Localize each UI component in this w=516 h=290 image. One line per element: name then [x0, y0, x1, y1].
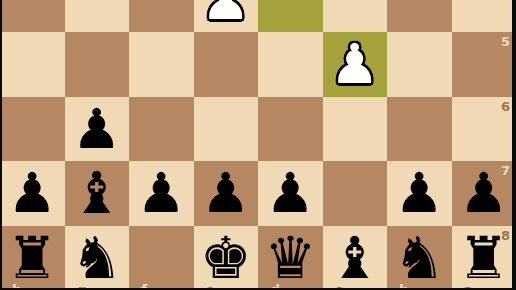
square-e6[interactable]: [194, 97, 259, 162]
rank-label-6: 6: [501, 100, 510, 113]
rank-label-8: 8: [501, 229, 510, 242]
square-e4[interactable]: ♟: [194, 0, 259, 32]
rank-label-5: 5: [501, 35, 510, 48]
square-c7[interactable]: [323, 161, 388, 226]
square-a6[interactable]: 6: [452, 97, 516, 162]
rank-label-7: 7: [501, 164, 510, 177]
square-g8[interactable]: ♞g: [65, 226, 130, 290]
square-g5[interactable]: [65, 32, 130, 97]
square-h6[interactable]: [0, 97, 65, 162]
square-h8[interactable]: ♜h: [0, 226, 65, 290]
square-d8[interactable]: ♛d: [258, 226, 323, 290]
square-d4[interactable]: [258, 0, 323, 32]
square-g4[interactable]: [65, 0, 130, 32]
chess-board: ♟♟5♟6♟♝♟♟♟♟♟7♜h♞gf♚e♛d♝c♞b♜8a: [0, 0, 516, 290]
square-h5[interactable]: [0, 32, 65, 97]
square-b5[interactable]: [387, 32, 452, 97]
square-e8[interactable]: ♚e: [194, 226, 259, 290]
black-king[interactable]: ♚: [200, 226, 252, 290]
letterbox-right: [512, 0, 516, 290]
square-b8[interactable]: ♞b: [387, 226, 452, 290]
square-f8[interactable]: f: [129, 226, 194, 290]
white-pawn[interactable]: ♟: [201, 0, 250, 32]
square-b4[interactable]: [387, 0, 452, 32]
black-pawn[interactable]: ♟: [72, 97, 121, 162]
square-h7[interactable]: ♟: [0, 161, 65, 226]
square-d7[interactable]: ♟: [258, 161, 323, 226]
square-e5[interactable]: [194, 32, 259, 97]
black-rook[interactable]: ♜: [6, 226, 58, 290]
square-f5[interactable]: [129, 32, 194, 97]
black-knight[interactable]: ♞: [393, 226, 445, 290]
black-knight[interactable]: ♞: [71, 226, 123, 290]
square-g7[interactable]: ♝: [65, 161, 130, 226]
square-f4[interactable]: [129, 0, 194, 32]
square-b6[interactable]: [387, 97, 452, 162]
square-e7[interactable]: ♟: [194, 161, 259, 226]
chess-board-viewport: ♟♟5♟6♟♝♟♟♟♟♟7♜h♞gf♚e♛d♝c♞b♜8a: [0, 0, 516, 290]
square-a4[interactable]: [452, 0, 516, 32]
square-c4[interactable]: [323, 0, 388, 32]
square-a5[interactable]: 5: [452, 32, 516, 97]
black-bishop[interactable]: ♝: [71, 161, 123, 226]
black-pawn[interactable]: ♟: [137, 161, 186, 226]
black-bishop[interactable]: ♝: [329, 226, 381, 290]
black-pawn[interactable]: ♟: [201, 161, 250, 226]
square-b7[interactable]: ♟: [387, 161, 452, 226]
white-pawn[interactable]: ♟: [330, 32, 379, 97]
square-g6[interactable]: ♟: [65, 97, 130, 162]
square-h4[interactable]: [0, 0, 65, 32]
square-f7[interactable]: ♟: [129, 161, 194, 226]
square-f6[interactable]: [129, 97, 194, 162]
black-pawn[interactable]: ♟: [395, 161, 444, 226]
square-a8[interactable]: ♜8a: [452, 226, 516, 290]
square-c8[interactable]: ♝c: [323, 226, 388, 290]
square-c5[interactable]: ♟: [323, 32, 388, 97]
square-d5[interactable]: [258, 32, 323, 97]
black-pawn[interactable]: ♟: [266, 161, 315, 226]
black-pawn[interactable]: ♟: [8, 161, 57, 226]
square-d6[interactable]: [258, 97, 323, 162]
black-queen[interactable]: ♛: [264, 226, 316, 290]
square-c6[interactable]: [323, 97, 388, 162]
letterbox-left: [0, 0, 2, 290]
square-a7[interactable]: ♟7: [452, 161, 516, 226]
